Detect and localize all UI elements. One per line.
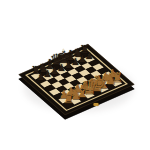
brass-clasp — [94, 103, 99, 106]
photo-description: Wooden folding chess set photographed at… — [0, 0, 1, 1]
black-king-finial — [63, 49, 65, 52]
chess-set-product-photo: ♜♞♝♛♚♝♞♜♟♟♟♟♟♟♟♟♟♟♟♟♟♟♟♟♜♞♝♛♚♝♞♜ Wooden … — [0, 0, 150, 150]
